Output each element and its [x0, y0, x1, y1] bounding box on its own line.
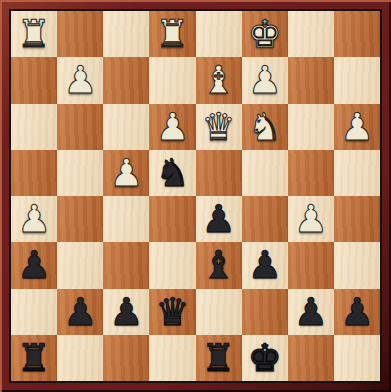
square-h3[interactable]	[334, 242, 380, 288]
white-pawn-d6[interactable]: ♟	[149, 104, 195, 150]
black-rook-e1[interactable]: ♜	[196, 335, 242, 381]
square-d6[interactable]: ♟	[149, 104, 195, 150]
square-f2[interactable]	[242, 289, 288, 335]
square-g3[interactable]	[288, 242, 334, 288]
square-a6[interactable]	[11, 104, 57, 150]
square-b6[interactable]	[57, 104, 103, 150]
black-knight-d5[interactable]: ♞	[149, 150, 195, 196]
square-h8[interactable]	[334, 11, 380, 57]
square-h1[interactable]	[334, 335, 380, 381]
black-pawn-a3[interactable]: ♟	[11, 242, 57, 288]
square-d3[interactable]	[149, 242, 195, 288]
square-h4[interactable]	[334, 196, 380, 242]
square-b3[interactable]	[57, 242, 103, 288]
square-b4[interactable]	[57, 196, 103, 242]
black-bishop-e3[interactable]: ♝	[196, 242, 242, 288]
black-pawn-g2[interactable]: ♟	[288, 289, 334, 335]
square-g8[interactable]	[288, 11, 334, 57]
white-rook-d8[interactable]: ♜	[149, 11, 195, 57]
black-pawn-c2[interactable]: ♟	[103, 289, 149, 335]
black-pawn-b2[interactable]: ♟	[57, 289, 103, 335]
white-rook-a8[interactable]: ♜	[11, 11, 57, 57]
black-queen-d2[interactable]: ♛	[149, 289, 195, 335]
square-a1[interactable]: ♜	[11, 335, 57, 381]
square-e1[interactable]: ♜	[196, 335, 242, 381]
square-f6[interactable]: ♞	[242, 104, 288, 150]
square-d8[interactable]: ♜	[149, 11, 195, 57]
square-c6[interactable]	[103, 104, 149, 150]
white-pawn-h6[interactable]: ♟	[334, 104, 380, 150]
square-c2[interactable]: ♟	[103, 289, 149, 335]
square-a5[interactable]	[11, 150, 57, 196]
black-pawn-f3[interactable]: ♟	[242, 242, 288, 288]
square-g1[interactable]	[288, 335, 334, 381]
square-a2[interactable]	[11, 289, 57, 335]
square-d7[interactable]	[149, 57, 195, 103]
square-d5[interactable]: ♞	[149, 150, 195, 196]
square-b5[interactable]	[57, 150, 103, 196]
white-pawn-f7[interactable]: ♟	[242, 57, 288, 103]
square-c3[interactable]	[103, 242, 149, 288]
square-b7[interactable]: ♟	[57, 57, 103, 103]
square-b8[interactable]	[57, 11, 103, 57]
chess-board: ♜♜♚♟♝♟♟♛♞♟♟♞♟♟♟♟♝♟♟♟♛♟♟♜♜♚	[9, 9, 382, 383]
square-f5[interactable]	[242, 150, 288, 196]
square-e8[interactable]	[196, 11, 242, 57]
square-h2[interactable]: ♟	[334, 289, 380, 335]
black-king-f1[interactable]: ♚	[242, 335, 288, 381]
square-d1[interactable]	[149, 335, 195, 381]
square-e3[interactable]: ♝	[196, 242, 242, 288]
square-f7[interactable]: ♟	[242, 57, 288, 103]
square-a8[interactable]: ♜	[11, 11, 57, 57]
square-c1[interactable]	[103, 335, 149, 381]
square-f8[interactable]: ♚	[242, 11, 288, 57]
white-bishop-e7[interactable]: ♝	[196, 57, 242, 103]
white-king-f8[interactable]: ♚	[242, 11, 288, 57]
square-c5[interactable]: ♟	[103, 150, 149, 196]
square-e5[interactable]	[196, 150, 242, 196]
board-frame: ♜♜♚♟♝♟♟♛♞♟♟♞♟♟♟♟♝♟♟♟♛♟♟♜♜♚	[0, 0, 391, 392]
square-g4[interactable]: ♟	[288, 196, 334, 242]
square-g5[interactable]	[288, 150, 334, 196]
white-pawn-c5[interactable]: ♟	[103, 150, 149, 196]
square-b2[interactable]: ♟	[57, 289, 103, 335]
black-pawn-e4[interactable]: ♟	[196, 196, 242, 242]
square-e2[interactable]	[196, 289, 242, 335]
square-g7[interactable]	[288, 57, 334, 103]
square-c8[interactable]	[103, 11, 149, 57]
black-rook-a1[interactable]: ♜	[11, 335, 57, 381]
white-knight-f6[interactable]: ♞	[242, 104, 288, 150]
square-d2[interactable]: ♛	[149, 289, 195, 335]
square-h7[interactable]	[334, 57, 380, 103]
square-a3[interactable]: ♟	[11, 242, 57, 288]
square-e4[interactable]: ♟	[196, 196, 242, 242]
white-queen-e6[interactable]: ♛	[196, 104, 242, 150]
square-f1[interactable]: ♚	[242, 335, 288, 381]
square-f4[interactable]	[242, 196, 288, 242]
square-f3[interactable]: ♟	[242, 242, 288, 288]
square-g2[interactable]: ♟	[288, 289, 334, 335]
white-pawn-g4[interactable]: ♟	[288, 196, 334, 242]
square-g6[interactable]	[288, 104, 334, 150]
square-h6[interactable]: ♟	[334, 104, 380, 150]
square-h5[interactable]	[334, 150, 380, 196]
square-a7[interactable]	[11, 57, 57, 103]
square-e6[interactable]: ♛	[196, 104, 242, 150]
white-pawn-a4[interactable]: ♟	[11, 196, 57, 242]
square-c4[interactable]	[103, 196, 149, 242]
square-e7[interactable]: ♝	[196, 57, 242, 103]
square-c7[interactable]	[103, 57, 149, 103]
square-b1[interactable]	[57, 335, 103, 381]
white-pawn-b7[interactable]: ♟	[57, 57, 103, 103]
black-pawn-h2[interactable]: ♟	[334, 289, 380, 335]
square-d4[interactable]	[149, 196, 195, 242]
square-a4[interactable]: ♟	[11, 196, 57, 242]
